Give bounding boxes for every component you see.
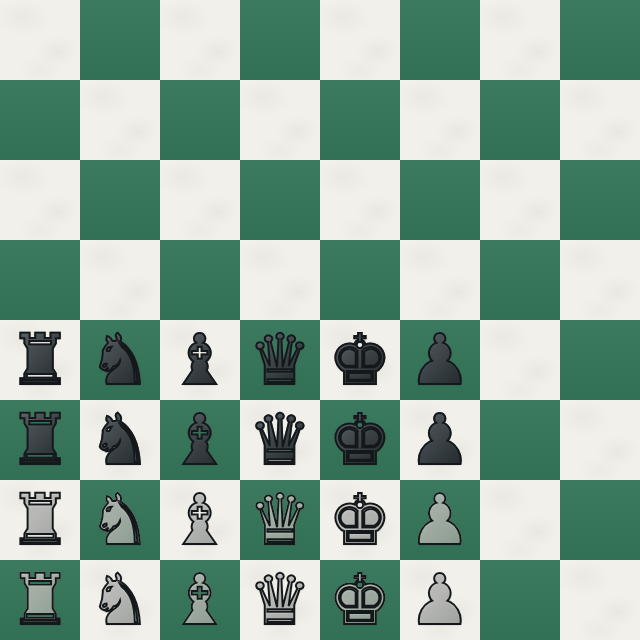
piece-white-bishop: ♝ <box>169 480 232 560</box>
square-b7[interactable] <box>80 80 160 160</box>
piece-black-knight: ♞ <box>89 320 152 400</box>
piece-black-rook: ♜ <box>9 400 72 480</box>
square-h5[interactable] <box>560 240 640 320</box>
square-f7[interactable] <box>400 80 480 160</box>
piece-black-king: ♚ <box>329 400 392 480</box>
square-g8[interactable] <box>480 0 560 80</box>
square-h1[interactable] <box>560 560 640 640</box>
square-e8[interactable] <box>320 0 400 80</box>
piece-white-pawn: ♟ <box>409 560 472 640</box>
square-f4[interactable]: ♟ <box>400 320 480 400</box>
piece-white-rook: ♜ <box>9 480 72 560</box>
piece-black-queen: ♛ <box>249 400 312 480</box>
square-a1[interactable]: ♜ <box>0 560 80 640</box>
square-a7[interactable] <box>0 80 80 160</box>
square-h6[interactable] <box>560 160 640 240</box>
piece-black-pawn: ♟ <box>409 320 472 400</box>
square-c3[interactable]: ♝ <box>160 400 240 480</box>
square-d6[interactable] <box>240 160 320 240</box>
piece-black-king: ♚ <box>329 320 392 400</box>
piece-white-bishop: ♝ <box>169 560 232 640</box>
square-g5[interactable] <box>480 240 560 320</box>
piece-black-rook: ♜ <box>9 320 72 400</box>
piece-white-queen: ♛ <box>249 560 312 640</box>
square-h4[interactable] <box>560 320 640 400</box>
square-d4[interactable]: ♛ <box>240 320 320 400</box>
square-g7[interactable] <box>480 80 560 160</box>
square-c4[interactable]: ♝ <box>160 320 240 400</box>
square-d3[interactable]: ♛ <box>240 400 320 480</box>
square-g3[interactable] <box>480 400 560 480</box>
square-f2[interactable]: ♟ <box>400 480 480 560</box>
square-d8[interactable] <box>240 0 320 80</box>
piece-white-rook: ♜ <box>9 560 72 640</box>
square-e1[interactable]: ♚ <box>320 560 400 640</box>
square-d7[interactable] <box>240 80 320 160</box>
piece-white-king: ♚ <box>329 560 392 640</box>
square-d2[interactable]: ♛ <box>240 480 320 560</box>
square-e5[interactable] <box>320 240 400 320</box>
square-f5[interactable] <box>400 240 480 320</box>
piece-white-knight: ♞ <box>89 480 152 560</box>
square-b3[interactable]: ♞ <box>80 400 160 480</box>
square-c8[interactable] <box>160 0 240 80</box>
square-e7[interactable] <box>320 80 400 160</box>
square-h8[interactable] <box>560 0 640 80</box>
piece-black-bishop: ♝ <box>169 320 232 400</box>
square-g2[interactable] <box>480 480 560 560</box>
square-g6[interactable] <box>480 160 560 240</box>
square-f6[interactable] <box>400 160 480 240</box>
square-h3[interactable] <box>560 400 640 480</box>
square-a2[interactable]: ♜ <box>0 480 80 560</box>
square-a4[interactable]: ♜ <box>0 320 80 400</box>
square-e4[interactable]: ♚ <box>320 320 400 400</box>
square-e2[interactable]: ♚ <box>320 480 400 560</box>
piece-black-pawn: ♟ <box>409 400 472 480</box>
square-b8[interactable] <box>80 0 160 80</box>
square-c6[interactable] <box>160 160 240 240</box>
chess-board: ♜♞♝♛♚♟♜♞♝♛♚♟♜♞♝♛♚♟♜♞♝♛♚♟ <box>0 0 640 640</box>
square-f1[interactable]: ♟ <box>400 560 480 640</box>
square-b1[interactable]: ♞ <box>80 560 160 640</box>
square-e6[interactable] <box>320 160 400 240</box>
piece-white-knight: ♞ <box>89 560 152 640</box>
square-c7[interactable] <box>160 80 240 160</box>
square-e3[interactable]: ♚ <box>320 400 400 480</box>
square-g1[interactable] <box>480 560 560 640</box>
square-b4[interactable]: ♞ <box>80 320 160 400</box>
square-b2[interactable]: ♞ <box>80 480 160 560</box>
square-d1[interactable]: ♛ <box>240 560 320 640</box>
piece-black-queen: ♛ <box>249 320 312 400</box>
square-c5[interactable] <box>160 240 240 320</box>
square-a6[interactable] <box>0 160 80 240</box>
piece-white-king: ♚ <box>329 480 392 560</box>
square-f3[interactable]: ♟ <box>400 400 480 480</box>
square-f8[interactable] <box>400 0 480 80</box>
square-h7[interactable] <box>560 80 640 160</box>
square-c2[interactable]: ♝ <box>160 480 240 560</box>
square-b5[interactable] <box>80 240 160 320</box>
square-h2[interactable] <box>560 480 640 560</box>
square-c1[interactable]: ♝ <box>160 560 240 640</box>
square-b6[interactable] <box>80 160 160 240</box>
piece-black-bishop: ♝ <box>169 400 232 480</box>
piece-black-knight: ♞ <box>89 400 152 480</box>
square-a5[interactable] <box>0 240 80 320</box>
piece-white-pawn: ♟ <box>409 480 472 560</box>
square-d5[interactable] <box>240 240 320 320</box>
square-a3[interactable]: ♜ <box>0 400 80 480</box>
square-a8[interactable] <box>0 0 80 80</box>
piece-white-queen: ♛ <box>249 480 312 560</box>
square-g4[interactable] <box>480 320 560 400</box>
